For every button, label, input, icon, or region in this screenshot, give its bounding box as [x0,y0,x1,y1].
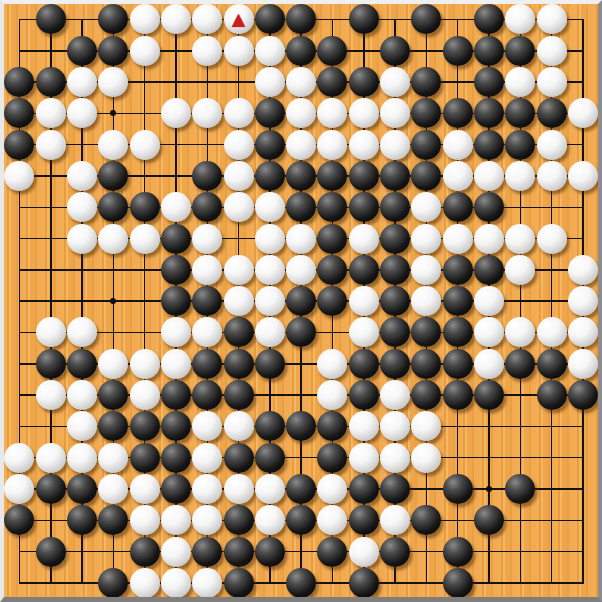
black-stone [568,380,598,410]
black-stone [36,349,66,379]
black-stone [36,474,66,504]
black-stone [36,537,66,567]
black-stone [349,349,379,379]
white-stone [411,411,441,441]
black-stone [411,67,441,97]
white-stone [317,380,347,410]
white-stone [255,286,285,316]
black-stone [255,443,285,473]
black-stone [255,161,285,191]
black-stone [161,380,191,410]
white-stone [286,224,316,254]
white-stone [224,130,254,160]
white-stone [130,130,160,160]
black-stone [224,505,254,535]
white-stone [4,443,34,473]
white-stone [224,161,254,191]
black-stone [349,568,379,597]
black-stone [411,4,441,34]
black-stone [255,130,285,160]
black-stone [98,192,128,222]
black-stone [67,505,97,535]
black-stone [98,4,128,34]
white-stone [568,255,598,285]
white-stone [317,474,347,504]
black-stone [130,411,160,441]
white-stone [537,4,567,34]
black-stone [317,67,347,97]
black-stone [317,161,347,191]
white-stone [161,4,191,34]
white-stone [98,474,128,504]
black-stone [443,568,473,597]
black-stone [443,474,473,504]
black-stone [474,255,504,285]
black-stone [349,474,379,504]
white-stone [568,286,598,316]
white-stone [192,255,222,285]
white-stone [411,443,441,473]
white-stone [36,380,66,410]
black-stone [192,537,222,567]
black-stone [286,474,316,504]
white-stone [161,192,191,222]
black-stone [317,411,347,441]
black-stone [98,36,128,66]
black-stone [255,411,285,441]
white-stone [130,474,160,504]
black-stone [224,349,254,379]
white-stone [130,380,160,410]
white-stone [568,161,598,191]
black-stone [98,505,128,535]
white-stone [192,411,222,441]
black-stone [349,67,379,97]
black-stone [380,36,410,66]
black-stone [224,537,254,567]
white-stone [192,317,222,347]
white-stone [349,286,379,316]
white-stone [380,380,410,410]
white-stone [67,443,97,473]
white-stone [349,98,379,128]
black-stone [317,286,347,316]
white-stone [130,224,160,254]
white-stone [411,286,441,316]
black-stone [443,380,473,410]
white-stone [505,161,535,191]
white-stone [224,255,254,285]
black-stone [4,505,34,535]
white-stone [411,224,441,254]
white-stone [255,67,285,97]
white-stone [474,286,504,316]
white-stone [67,224,97,254]
white-stone [317,98,347,128]
black-stone [349,4,379,34]
black-stone [443,537,473,567]
black-stone [286,505,316,535]
white-stone [192,443,222,473]
black-stone [255,4,285,34]
white-stone [130,505,160,535]
black-stone [161,255,191,285]
black-stone [443,98,473,128]
go-app-window: ▲ [0,0,602,602]
black-stone [192,349,222,379]
black-stone [411,98,441,128]
black-stone [380,224,410,254]
black-stone [443,192,473,222]
black-stone [36,4,66,34]
white-stone: ▲ [224,4,254,34]
black-stone [161,474,191,504]
white-stone [4,161,34,191]
black-stone [443,317,473,347]
black-stone [4,130,34,160]
white-stone [537,130,567,160]
black-stone [380,255,410,285]
white-stone [161,505,191,535]
black-stone [380,286,410,316]
white-stone [67,411,97,441]
white-stone [380,130,410,160]
black-stone [286,286,316,316]
black-stone [380,474,410,504]
black-stone [505,130,535,160]
black-stone [505,349,535,379]
black-stone [505,474,535,504]
white-stone [286,98,316,128]
white-stone [224,98,254,128]
white-stone [505,4,535,34]
black-stone [411,161,441,191]
white-stone [255,36,285,66]
white-stone [67,67,97,97]
black-stone [443,286,473,316]
white-stone [474,161,504,191]
white-stone [349,411,379,441]
black-stone [255,98,285,128]
white-stone [67,161,97,191]
black-stone [286,161,316,191]
white-stone [255,255,285,285]
white-stone [537,224,567,254]
white-stone [130,4,160,34]
black-stone [161,286,191,316]
white-stone [192,4,222,34]
black-stone [505,98,535,128]
black-stone [192,380,222,410]
white-stone [255,317,285,347]
white-stone [67,98,97,128]
black-stone [224,443,254,473]
black-stone [411,380,441,410]
black-stone [255,537,285,567]
black-stone [349,161,379,191]
white-stone [286,255,316,285]
white-stone [505,317,535,347]
black-stone [192,161,222,191]
black-stone [443,349,473,379]
black-stone [474,380,504,410]
white-stone [349,537,379,567]
black-stone [411,317,441,347]
black-stone [317,443,347,473]
white-stone [474,224,504,254]
white-stone [537,317,567,347]
black-stone [474,67,504,97]
black-stone [474,192,504,222]
black-stone [443,255,473,285]
white-stone [224,36,254,66]
white-stone [505,255,535,285]
white-stone [286,130,316,160]
black-stone [537,98,567,128]
black-stone [98,161,128,191]
white-stone [443,224,473,254]
black-stone [317,537,347,567]
black-stone [380,537,410,567]
white-stone [224,411,254,441]
white-stone [98,130,128,160]
white-stone [505,67,535,97]
black-stone [380,192,410,222]
white-stone [568,98,598,128]
white-stone [161,568,191,597]
white-stone [537,67,567,97]
white-stone [98,443,128,473]
white-stone [224,286,254,316]
white-stone [537,36,567,66]
black-stone [505,36,535,66]
white-stone [192,224,222,254]
white-stone [130,349,160,379]
stones-grid: ▲ [4,4,598,597]
white-stone [67,317,97,347]
white-stone [380,505,410,535]
white-stone [349,224,379,254]
black-stone [474,4,504,34]
black-stone [317,224,347,254]
white-stone [568,349,598,379]
white-stone [161,349,191,379]
white-stone [161,317,191,347]
black-stone [98,411,128,441]
go-board[interactable]: ▲ [4,4,598,597]
white-stone [67,380,97,410]
black-stone [411,349,441,379]
white-stone [317,130,347,160]
white-stone [380,443,410,473]
black-stone [349,380,379,410]
white-stone [380,98,410,128]
white-stone [36,98,66,128]
white-stone [317,505,347,535]
black-stone [380,317,410,347]
white-stone [98,67,128,97]
black-stone [130,192,160,222]
white-stone [224,474,254,504]
black-stone [380,161,410,191]
white-stone [317,349,347,379]
black-stone [474,36,504,66]
black-stone [317,255,347,285]
white-stone [36,443,66,473]
black-stone [98,568,128,597]
white-stone [4,474,34,504]
white-stone [192,474,222,504]
white-stone [349,317,379,347]
black-stone [537,349,567,379]
white-stone [255,224,285,254]
black-stone [317,36,347,66]
white-stone [349,130,379,160]
white-stone [130,568,160,597]
triangle-marker: ▲ [224,4,254,34]
white-stone [192,568,222,597]
black-stone [286,36,316,66]
black-stone [224,568,254,597]
black-stone [224,380,254,410]
white-stone [255,474,285,504]
white-stone [286,67,316,97]
black-stone [36,67,66,97]
white-stone [98,349,128,379]
white-stone [568,317,598,347]
white-stone [130,36,160,66]
black-stone [474,130,504,160]
black-stone [474,98,504,128]
black-stone [4,67,34,97]
black-stone [286,4,316,34]
black-stone [67,474,97,504]
black-stone [317,192,347,222]
white-stone [161,537,191,567]
white-stone [192,98,222,128]
white-stone [537,161,567,191]
black-stone [161,224,191,254]
black-stone [349,505,379,535]
white-stone [380,67,410,97]
black-stone [161,411,191,441]
black-stone [192,286,222,316]
black-stone [474,505,504,535]
white-stone [67,192,97,222]
white-stone [98,224,128,254]
white-stone [505,224,535,254]
black-stone [130,537,160,567]
black-stone [411,130,441,160]
black-stone [192,192,222,222]
white-stone [36,130,66,160]
white-stone [443,130,473,160]
black-stone [255,349,285,379]
black-stone [443,36,473,66]
white-stone [255,505,285,535]
white-stone [443,161,473,191]
white-stone [192,505,222,535]
white-stone [224,192,254,222]
black-stone [161,443,191,473]
black-stone [349,192,379,222]
black-stone [411,505,441,535]
white-stone [255,192,285,222]
black-stone [67,36,97,66]
black-stone [224,317,254,347]
black-stone [286,411,316,441]
white-stone [411,255,441,285]
black-stone [286,568,316,597]
black-stone [286,192,316,222]
black-stone [380,349,410,379]
black-stone [98,380,128,410]
black-stone [286,317,316,347]
white-stone [161,98,191,128]
white-stone [192,36,222,66]
black-stone [4,98,34,128]
black-stone [537,380,567,410]
white-stone [349,443,379,473]
white-stone [411,192,441,222]
white-stone [36,317,66,347]
black-stone [349,255,379,285]
white-stone [474,349,504,379]
white-stone [474,317,504,347]
white-stone [380,411,410,441]
black-stone [130,443,160,473]
black-stone [67,349,97,379]
